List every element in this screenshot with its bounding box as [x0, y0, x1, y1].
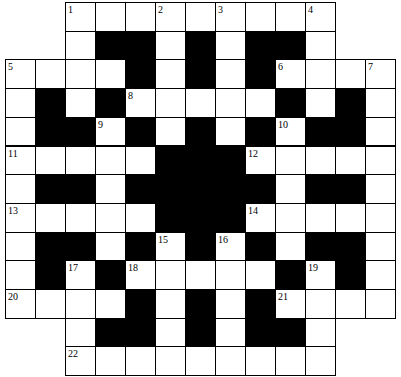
- cell-r2c7[interactable]: [215, 59, 246, 89]
- black-cell-r5c7: [215, 146, 246, 176]
- cell-r9c8[interactable]: [245, 260, 276, 290]
- black-cell-r9c1: [35, 260, 66, 290]
- clue-number-7: 7: [366, 60, 395, 72]
- black-cell-r1c8: [245, 31, 276, 61]
- black-cell-r11c4: [125, 318, 156, 348]
- cell-r2c10[interactable]: [305, 59, 336, 89]
- cell-r5c8[interactable]: 12: [245, 146, 276, 176]
- cell-r3c5[interactable]: [155, 88, 186, 118]
- cell-r3c8[interactable]: [245, 88, 276, 118]
- cell-r10c10[interactable]: [305, 289, 336, 319]
- cell-r10c0[interactable]: 20: [5, 289, 36, 319]
- cell-r4c7[interactable]: [215, 117, 246, 147]
- cell-r5c3[interactable]: [95, 146, 126, 176]
- cell-r3c6[interactable]: [185, 88, 216, 118]
- cell-r8c12[interactable]: [365, 232, 396, 262]
- cell-r9c2[interactable]: 17: [65, 260, 96, 290]
- cell-r9c4[interactable]: 18: [125, 260, 156, 290]
- black-cell-r6c1: [35, 174, 66, 204]
- cell-r10c2[interactable]: [65, 289, 96, 319]
- cell-r7c4[interactable]: [125, 203, 156, 233]
- black-cell-r6c6: [185, 174, 216, 204]
- black-cell-r6c4: [125, 174, 156, 204]
- black-cell-r1c3: [95, 31, 126, 61]
- cell-r7c10[interactable]: [305, 203, 336, 233]
- clue-number-22: 22: [66, 347, 95, 359]
- cell-r3c2[interactable]: [65, 88, 96, 118]
- cell-r2c1[interactable]: [35, 59, 66, 89]
- cell-r1c2[interactable]: [65, 31, 96, 61]
- clue-number-18: 18: [126, 261, 155, 273]
- clue-number-15: 15: [156, 233, 185, 245]
- cell-r4c9[interactable]: 10: [275, 117, 306, 147]
- black-cell-r2c8: [245, 59, 276, 89]
- cell-r2c12[interactable]: 7: [365, 59, 396, 89]
- cell-r0c2[interactable]: 1: [65, 2, 96, 32]
- clue-number-1: 1: [66, 3, 95, 15]
- cell-r4c0[interactable]: [5, 117, 36, 147]
- cell-r3c7[interactable]: [215, 88, 246, 118]
- black-cell-r9c3: [95, 260, 126, 290]
- black-cell-r4c11: [335, 117, 366, 147]
- cell-r11c2[interactable]: [65, 318, 96, 348]
- clue-number-11: 11: [6, 147, 35, 159]
- cell-r7c8[interactable]: 14: [245, 203, 276, 233]
- black-cell-r1c6: [185, 31, 216, 61]
- cell-r12c9[interactable]: [275, 346, 306, 376]
- black-cell-r11c8: [245, 318, 276, 348]
- cell-r5c2[interactable]: [65, 146, 96, 176]
- cell-r6c12[interactable]: [365, 174, 396, 204]
- black-cell-r8c6: [185, 232, 216, 262]
- black-cell-r7c6: [185, 203, 216, 233]
- black-cell-r11c9: [275, 318, 306, 348]
- cell-r2c2[interactable]: [65, 59, 96, 89]
- black-cell-r9c9: [275, 260, 306, 290]
- clue-number-20: 20: [6, 290, 35, 302]
- clue-number-16: 16: [216, 233, 245, 245]
- cell-r7c1[interactable]: [35, 203, 66, 233]
- cell-r10c11[interactable]: [335, 289, 366, 319]
- cell-r6c3[interactable]: [95, 174, 126, 204]
- cell-r2c0[interactable]: 5: [5, 59, 36, 89]
- cell-r11c7[interactable]: [215, 318, 246, 348]
- cell-r1c5[interactable]: [155, 31, 186, 61]
- black-cell-r6c2: [65, 174, 96, 204]
- cell-r7c11[interactable]: [335, 203, 366, 233]
- cell-r8c7[interactable]: 16: [215, 232, 246, 262]
- cell-r0c8[interactable]: [245, 2, 276, 32]
- black-cell-r1c4: [125, 31, 156, 61]
- cell-r12c5[interactable]: [155, 346, 186, 376]
- cell-r0c7[interactable]: 3: [215, 2, 246, 32]
- black-cell-r2c6: [185, 59, 216, 89]
- clue-number-4: 4: [306, 3, 335, 15]
- clue-number-8: 8: [126, 89, 155, 101]
- cell-r5c1[interactable]: [35, 146, 66, 176]
- cell-r2c5[interactable]: [155, 59, 186, 89]
- black-cell-r7c7: [215, 203, 246, 233]
- black-cell-r7c5: [155, 203, 186, 233]
- black-cell-r3c11: [335, 88, 366, 118]
- black-cell-r10c8: [245, 289, 276, 319]
- cell-r0c6[interactable]: [185, 2, 216, 32]
- cell-r4c12[interactable]: [365, 117, 396, 147]
- cell-r7c2[interactable]: [65, 203, 96, 233]
- cell-r5c4[interactable]: [125, 146, 156, 176]
- cell-r4c3[interactable]: 9: [95, 117, 126, 147]
- black-cell-r4c8: [245, 117, 276, 147]
- cell-r2c11[interactable]: [335, 59, 366, 89]
- clue-number-2: 2: [156, 3, 185, 15]
- cell-r9c7[interactable]: [215, 260, 246, 290]
- cell-r7c12[interactable]: [365, 203, 396, 233]
- cell-r7c3[interactable]: [95, 203, 126, 233]
- cell-r3c12[interactable]: [365, 88, 396, 118]
- crossword-grid: 12345678910111213141516171819202122: [5, 2, 397, 377]
- clue-number-19: 19: [306, 261, 335, 273]
- cell-r2c3[interactable]: [95, 59, 126, 89]
- clue-number-9: 9: [96, 118, 125, 130]
- cell-r0c9[interactable]: [275, 2, 306, 32]
- cell-r7c0[interactable]: 13: [5, 203, 36, 233]
- black-cell-r2c4: [125, 59, 156, 89]
- cell-r10c3[interactable]: [95, 289, 126, 319]
- clue-number-12: 12: [246, 147, 275, 159]
- cell-r9c6[interactable]: [185, 260, 216, 290]
- cell-r6c0[interactable]: [5, 174, 36, 204]
- cell-r0c10[interactable]: 4: [305, 2, 336, 32]
- cell-r12c2[interactable]: 22: [65, 346, 96, 376]
- black-cell-r6c11: [335, 174, 366, 204]
- black-cell-r3c3: [95, 88, 126, 118]
- black-cell-r1c9: [275, 31, 306, 61]
- black-cell-r6c7: [215, 174, 246, 204]
- clue-number-13: 13: [6, 204, 35, 216]
- black-cell-r8c10: [305, 232, 336, 262]
- black-cell-r4c10: [305, 117, 336, 147]
- cell-r10c9[interactable]: 21: [275, 289, 306, 319]
- black-cell-r10c6: [185, 289, 216, 319]
- cell-r10c12[interactable]: [365, 289, 396, 319]
- black-cell-r8c4: [125, 232, 156, 262]
- cell-r4c5[interactable]: [155, 117, 186, 147]
- cell-r0c5[interactable]: 2: [155, 2, 186, 32]
- cell-r10c1[interactable]: [35, 289, 66, 319]
- cell-r5c11[interactable]: [335, 146, 366, 176]
- black-cell-r11c6: [185, 318, 216, 348]
- cell-r12c4[interactable]: [125, 346, 156, 376]
- cell-r5c9[interactable]: [275, 146, 306, 176]
- cell-r3c10[interactable]: [305, 88, 336, 118]
- black-cell-r6c10: [305, 174, 336, 204]
- black-cell-r4c4: [125, 117, 156, 147]
- black-cell-r8c8: [245, 232, 276, 262]
- cell-r12c10[interactable]: [305, 346, 336, 376]
- cell-r9c0[interactable]: [5, 260, 36, 290]
- cell-r5c10[interactable]: [305, 146, 336, 176]
- black-cell-r10c4: [125, 289, 156, 319]
- clue-number-21: 21: [276, 290, 305, 302]
- cell-r0c3[interactable]: [95, 2, 126, 32]
- cell-r0c4[interactable]: [125, 2, 156, 32]
- black-cell-r3c1: [35, 88, 66, 118]
- black-cell-r3c9: [275, 88, 306, 118]
- black-cell-r6c8: [245, 174, 276, 204]
- cell-r12c3[interactable]: [95, 346, 126, 376]
- black-cell-r11c3: [95, 318, 126, 348]
- clue-number-5: 5: [6, 60, 35, 72]
- cell-r5c0[interactable]: 11: [5, 146, 36, 176]
- black-cell-r6c5: [155, 174, 186, 204]
- clue-number-3: 3: [216, 3, 245, 15]
- cell-r11c5[interactable]: [155, 318, 186, 348]
- clue-number-17: 17: [66, 261, 95, 273]
- black-cell-r8c1: [35, 232, 66, 262]
- cell-r6c9[interactable]: [275, 174, 306, 204]
- cell-r3c0[interactable]: [5, 88, 36, 118]
- cell-r1c10[interactable]: [305, 31, 336, 61]
- cell-r1c7[interactable]: [215, 31, 246, 61]
- cell-r9c5[interactable]: [155, 260, 186, 290]
- cell-r9c12[interactable]: [365, 260, 396, 290]
- black-cell-r4c2: [65, 117, 96, 147]
- cell-r5c12[interactable]: [365, 146, 396, 176]
- black-cell-r5c6: [185, 146, 216, 176]
- cell-r9c10[interactable]: 19: [305, 260, 336, 290]
- cell-r8c9[interactable]: [275, 232, 306, 262]
- cell-r8c5[interactable]: 15: [155, 232, 186, 262]
- cell-r3c4[interactable]: 8: [125, 88, 156, 118]
- black-cell-r5c5: [155, 146, 186, 176]
- black-cell-r4c6: [185, 117, 216, 147]
- cell-r12c7[interactable]: [215, 346, 246, 376]
- cell-r10c7[interactable]: [215, 289, 246, 319]
- black-cell-r9c11: [335, 260, 366, 290]
- clue-number-6: 6: [276, 60, 305, 72]
- cell-r12c8[interactable]: [245, 346, 276, 376]
- cell-r8c0[interactable]: [5, 232, 36, 262]
- cell-r2c9[interactable]: 6: [275, 59, 306, 89]
- clue-number-10: 10: [276, 118, 305, 130]
- cell-r11c10[interactable]: [305, 318, 336, 348]
- cell-r8c3[interactable]: [95, 232, 126, 262]
- cell-r10c5[interactable]: [155, 289, 186, 319]
- black-cell-r8c2: [65, 232, 96, 262]
- cell-r12c6[interactable]: [185, 346, 216, 376]
- black-cell-r4c1: [35, 117, 66, 147]
- black-cell-r8c11: [335, 232, 366, 262]
- clue-number-14: 14: [246, 204, 275, 216]
- cell-r7c9[interactable]: [275, 203, 306, 233]
